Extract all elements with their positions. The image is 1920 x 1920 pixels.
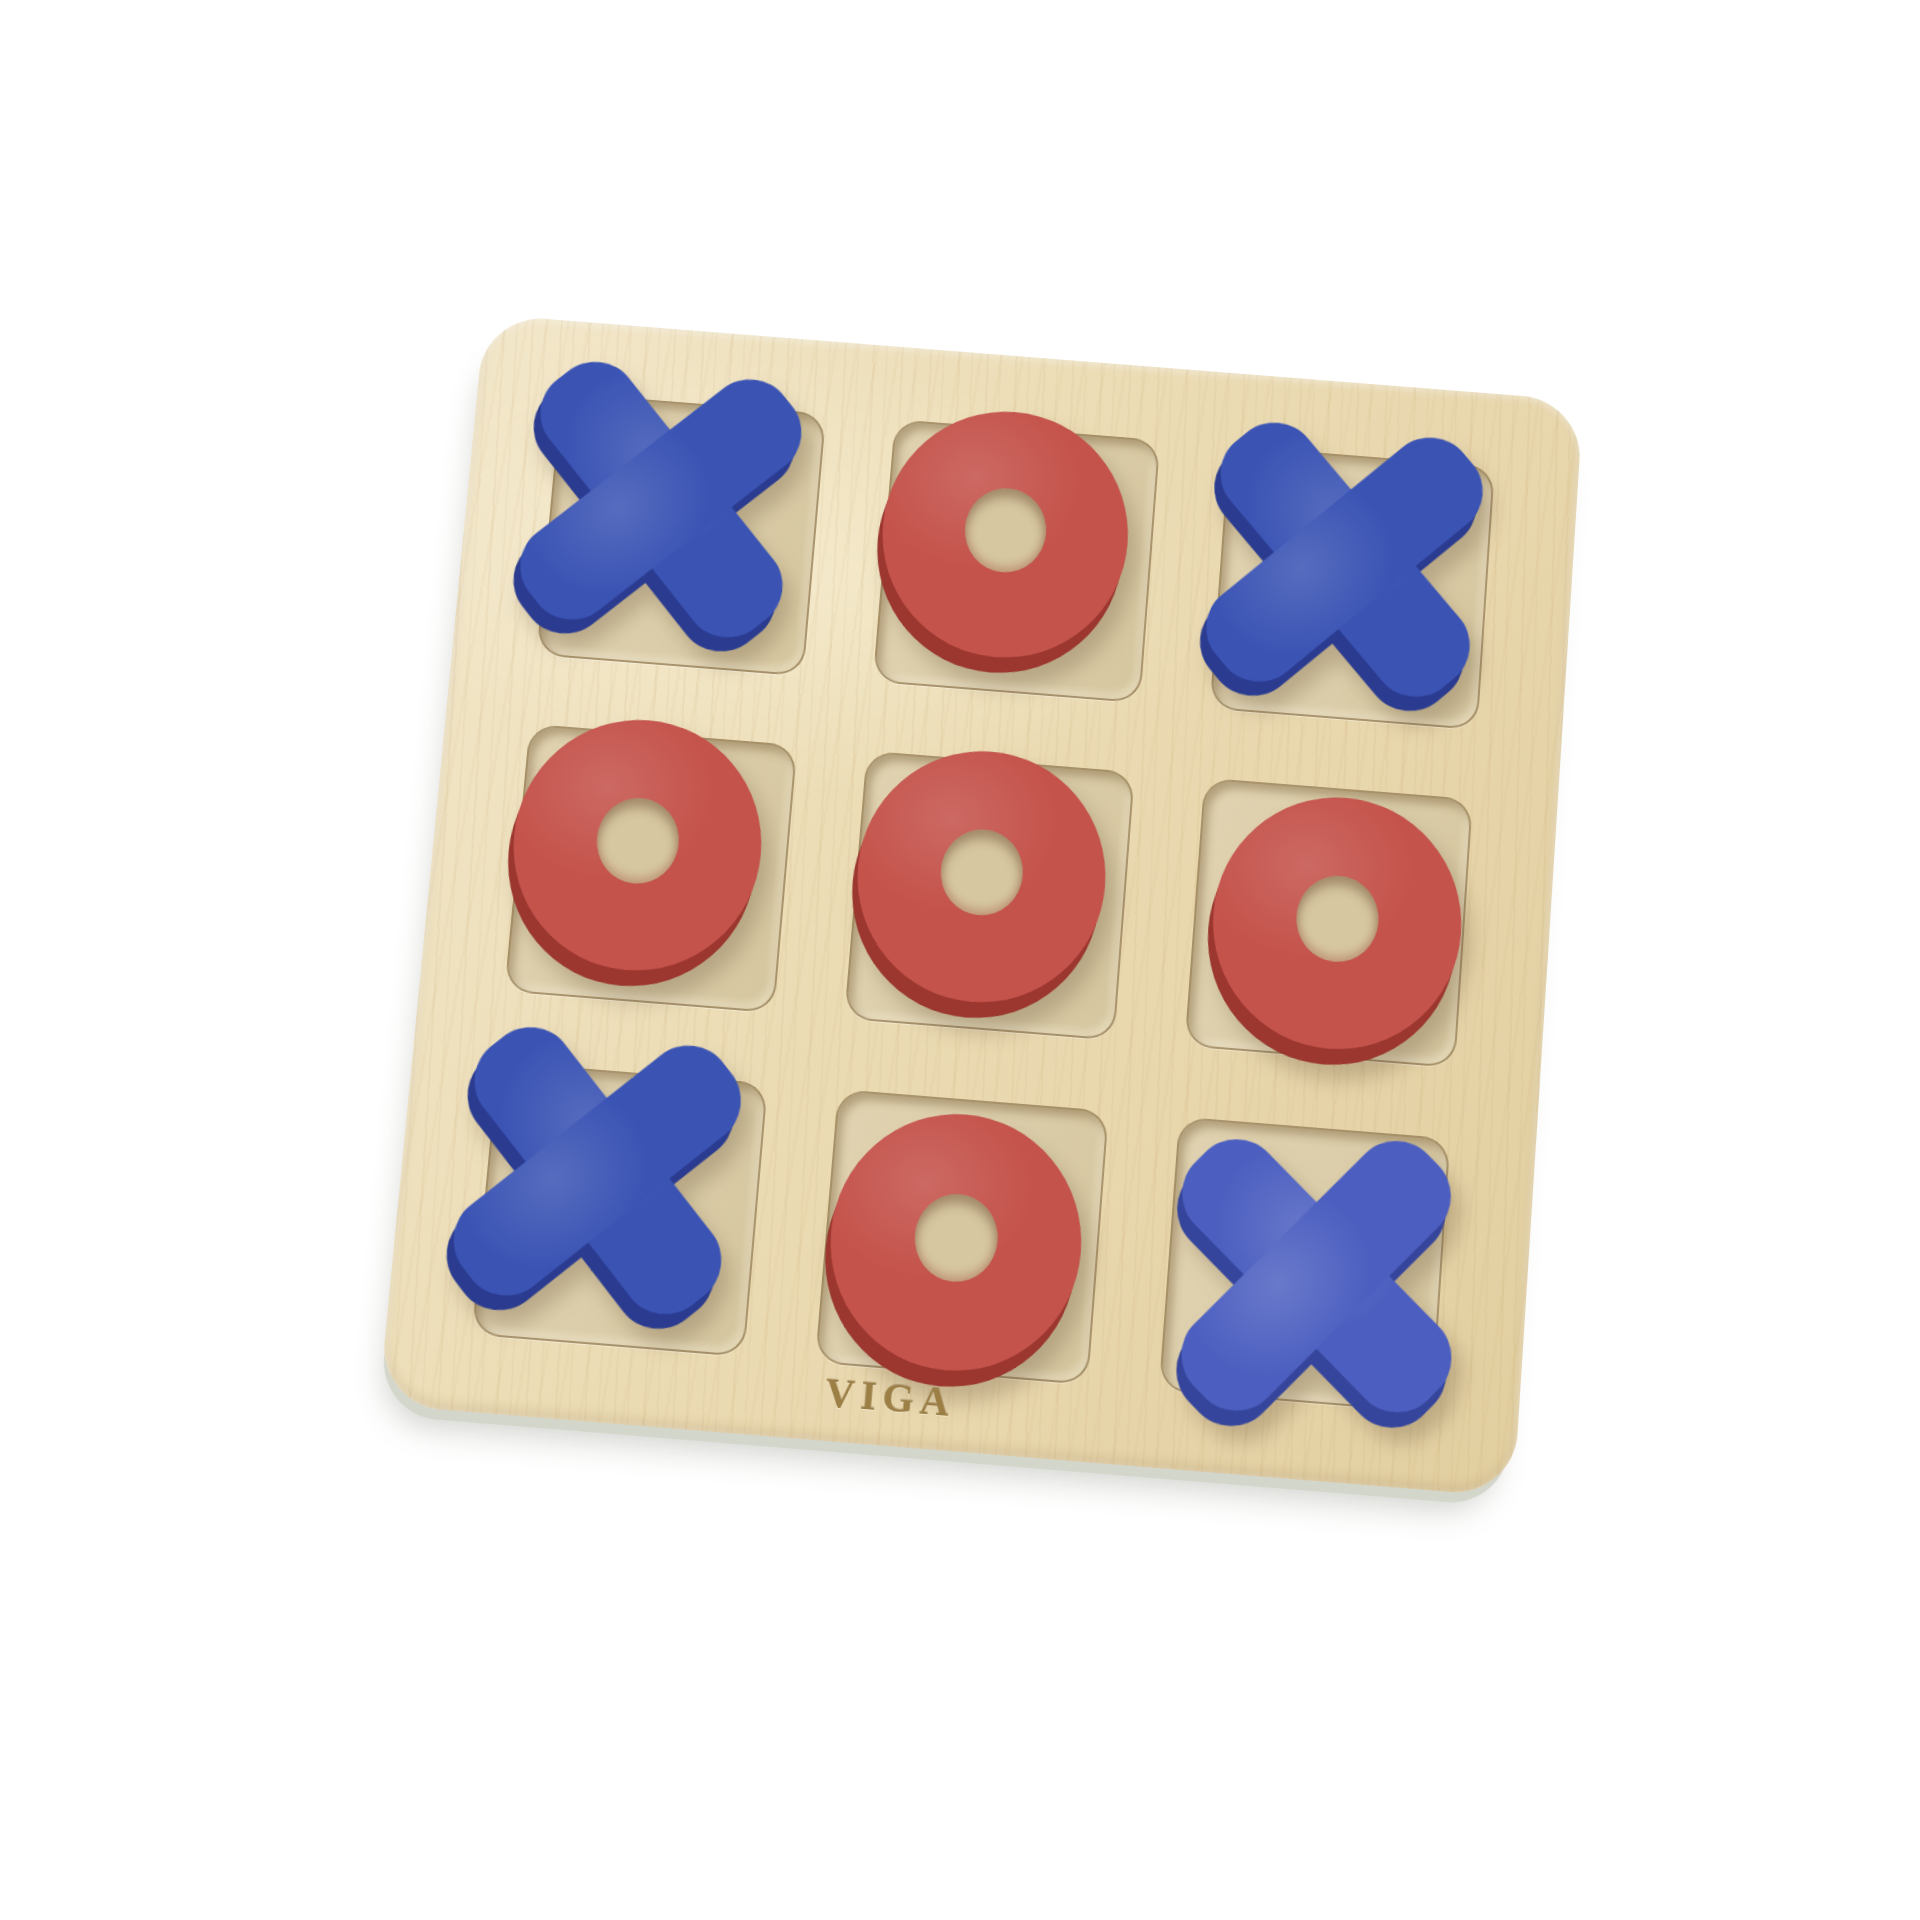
board-cell-r1c1[interactable]	[536, 393, 826, 677]
board-cell-r3c2[interactable]	[815, 1089, 1109, 1385]
o-piece-hole	[937, 826, 1026, 918]
o-piece[interactable]	[502, 711, 771, 980]
o-piece[interactable]	[820, 1105, 1090, 1381]
x-piece-top-face	[494, 337, 827, 663]
x-piece[interactable]	[494, 337, 827, 663]
tic-tac-toe-board: VIGA	[378, 314, 1583, 1497]
o-piece-hole	[593, 795, 682, 887]
x-piece[interactable]	[427, 1001, 768, 1340]
board-grid	[472, 393, 1495, 1413]
x-piece-top-face	[1163, 1120, 1470, 1431]
x-piece[interactable]	[1163, 1120, 1470, 1431]
product-photo-scene: VIGA	[0, 0, 1920, 1920]
board-cell-r3c1[interactable]	[472, 1062, 768, 1357]
board-cell-r2c3[interactable]	[1184, 778, 1472, 1068]
x-piece-top-face	[427, 1001, 768, 1340]
board-cell-r2c1[interactable]	[504, 724, 797, 1013]
o-piece-hole	[1293, 873, 1381, 965]
o-piece[interactable]	[1204, 788, 1469, 1059]
x-piece[interactable]	[1182, 399, 1506, 721]
board-cell-r1c3[interactable]	[1210, 446, 1495, 731]
board-cell-r1c2[interactable]	[873, 419, 1161, 703]
o-piece[interactable]	[873, 403, 1137, 667]
board-cell-r2c2[interactable]	[844, 751, 1135, 1041]
x-piece-top-face	[1182, 399, 1506, 721]
o-piece-hole	[911, 1191, 1001, 1285]
board-cell-r3c3[interactable]	[1159, 1117, 1451, 1413]
o-piece[interactable]	[847, 742, 1114, 1012]
o-piece-hole	[962, 485, 1050, 575]
